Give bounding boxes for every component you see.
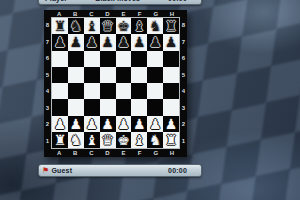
square-h3[interactable] <box>163 99 179 115</box>
square-f8[interactable]: ♝ <box>131 18 147 34</box>
piece-black-bishop[interactable]: ♝ <box>85 19 98 33</box>
piece-black-pawn[interactable]: ♟ <box>70 35 83 49</box>
player-name: Guest <box>51 167 72 174</box>
square-b6[interactable] <box>68 51 84 67</box>
rank-label-4: 4 <box>44 83 51 100</box>
opponent-info-bar: Player Black moves 00:00 <box>38 0 202 5</box>
square-g7[interactable]: ♟ <box>147 34 163 50</box>
square-f7[interactable]: ♟ <box>131 34 147 50</box>
rank-label-5: 5 <box>180 67 187 84</box>
square-d1[interactable]: ♛ <box>100 132 116 148</box>
square-c2[interactable]: ♟ <box>84 116 100 132</box>
rank-label-4: 4 <box>180 83 187 100</box>
piece-black-pawn[interactable]: ♟ <box>54 35 67 49</box>
square-a7[interactable]: ♟ <box>52 34 68 50</box>
file-label-d: D <box>99 10 115 17</box>
file-label-f: F <box>132 149 148 157</box>
square-c6[interactable] <box>84 51 100 67</box>
piece-white-bishop[interactable]: ♝ <box>133 133 146 147</box>
square-h5[interactable] <box>163 67 179 83</box>
file-label-e: E <box>116 10 132 17</box>
file-label-f: F <box>132 10 148 17</box>
square-c7[interactable]: ♟ <box>84 34 100 50</box>
file-labels-top: ABCDEFGH <box>51 10 180 17</box>
rank-label-7: 7 <box>44 34 51 51</box>
rank-label-3: 3 <box>44 100 51 117</box>
piece-white-pawn[interactable]: ♟ <box>54 117 67 131</box>
square-f5[interactable] <box>131 67 147 83</box>
file-label-g: G <box>148 149 164 157</box>
piece-black-rook[interactable]: ♜ <box>54 19 67 33</box>
file-label-b: B <box>67 149 83 157</box>
square-a1[interactable]: ♜ <box>52 132 68 148</box>
file-label-h: H <box>164 149 180 157</box>
square-f2[interactable]: ♟ <box>131 116 147 132</box>
game-screen: Player Black moves 00:00 ABCDEFGH ABCDEF… <box>0 0 300 200</box>
square-h1[interactable]: ♜ <box>163 132 179 148</box>
square-b3[interactable] <box>68 99 84 115</box>
square-f3[interactable] <box>131 99 147 115</box>
square-a2[interactable]: ♟ <box>52 116 68 132</box>
rank-labels-left: 87654321 <box>44 17 51 149</box>
piece-black-pawn[interactable]: ♟ <box>165 35 178 49</box>
rank-label-5: 5 <box>44 67 51 84</box>
square-d8[interactable]: ♛ <box>100 18 116 34</box>
square-b7[interactable]: ♟ <box>68 34 84 50</box>
file-label-c: C <box>83 149 99 157</box>
square-c3[interactable] <box>84 99 100 115</box>
square-c4[interactable] <box>84 83 100 99</box>
square-b5[interactable] <box>68 67 84 83</box>
square-a3[interactable] <box>52 99 68 115</box>
file-label-e: E <box>116 149 132 157</box>
square-f1[interactable]: ♝ <box>131 132 147 148</box>
square-c1[interactable]: ♝ <box>84 132 100 148</box>
square-g4[interactable] <box>147 83 163 99</box>
opponent-clock: 00:00 <box>168 0 187 2</box>
piece-white-rook[interactable]: ♜ <box>54 133 67 147</box>
piece-black-rook[interactable]: ♜ <box>165 19 178 33</box>
piece-white-pawn[interactable]: ♟ <box>133 117 146 131</box>
square-b8[interactable]: ♞ <box>68 18 84 34</box>
turn-status: Black moves <box>67 0 168 2</box>
piece-white-pawn[interactable]: ♟ <box>165 117 178 131</box>
square-a5[interactable] <box>52 67 68 83</box>
square-h7[interactable]: ♟ <box>163 34 179 50</box>
piece-white-king[interactable]: ♚ <box>117 133 130 147</box>
square-g3[interactable] <box>147 99 163 115</box>
square-g1[interactable]: ♞ <box>147 132 163 148</box>
square-e6[interactable] <box>116 51 132 67</box>
square-f6[interactable] <box>131 51 147 67</box>
piece-black-pawn[interactable]: ♟ <box>117 35 130 49</box>
square-e2[interactable]: ♟ <box>116 116 132 132</box>
piece-black-pawn[interactable]: ♟ <box>101 35 114 49</box>
square-h6[interactable] <box>163 51 179 67</box>
player-clock: 00:00 <box>168 167 187 174</box>
rank-label-2: 2 <box>44 116 51 133</box>
piece-white-knight[interactable]: ♞ <box>149 133 162 147</box>
square-g2[interactable]: ♟ <box>147 116 163 132</box>
piece-black-pawn[interactable]: ♟ <box>149 35 162 49</box>
piece-white-pawn[interactable]: ♟ <box>149 117 162 131</box>
square-a6[interactable] <box>52 51 68 67</box>
file-label-h: H <box>164 10 180 17</box>
rank-label-8: 8 <box>180 17 187 34</box>
rank-label-6: 6 <box>44 50 51 67</box>
piece-black-bishop[interactable]: ♝ <box>133 19 146 33</box>
opponent-name: Player <box>45 0 67 2</box>
file-labels-bottom: ABCDEFGH <box>51 149 180 157</box>
piece-white-pawn[interactable]: ♟ <box>85 117 98 131</box>
piece-white-pawn[interactable]: ♟ <box>70 117 83 131</box>
square-e5[interactable] <box>116 67 132 83</box>
square-b1[interactable]: ♞ <box>68 132 84 148</box>
square-h2[interactable]: ♟ <box>163 116 179 132</box>
piece-black-pawn[interactable]: ♟ <box>85 35 98 49</box>
square-g5[interactable] <box>147 67 163 83</box>
piece-white-pawn[interactable]: ♟ <box>101 117 114 131</box>
piece-white-rook[interactable]: ♜ <box>165 133 178 147</box>
file-label-g: G <box>148 10 164 17</box>
square-c5[interactable] <box>84 67 100 83</box>
square-b2[interactable]: ♟ <box>68 116 84 132</box>
square-b4[interactable] <box>68 83 84 99</box>
piece-black-knight[interactable]: ♞ <box>70 19 83 33</box>
square-d6[interactable] <box>100 51 116 67</box>
square-d7[interactable]: ♟ <box>100 34 116 50</box>
square-c8[interactable]: ♝ <box>84 18 100 34</box>
file-label-d: D <box>99 149 115 157</box>
rank-label-6: 6 <box>180 50 187 67</box>
file-label-a: A <box>51 10 67 17</box>
square-d2[interactable]: ♟ <box>100 116 116 132</box>
square-f4[interactable] <box>131 83 147 99</box>
square-e7[interactable]: ♟ <box>116 34 132 50</box>
square-e4[interactable] <box>116 83 132 99</box>
chess-board: ABCDEFGH ABCDEFGH 87654321 87654321 ♜♞♝♛… <box>44 10 187 157</box>
piece-black-queen[interactable]: ♛ <box>101 19 114 33</box>
piece-white-pawn[interactable]: ♟ <box>117 117 130 131</box>
square-d3[interactable] <box>100 99 116 115</box>
square-g8[interactable]: ♞ <box>147 18 163 34</box>
square-h4[interactable] <box>163 83 179 99</box>
square-e8[interactable]: ♚ <box>116 18 132 34</box>
piece-black-knight[interactable]: ♞ <box>149 19 162 33</box>
board-squares: ♜♞♝♛♚♝♞♜♟♟♟♟♟♟♟♟♟♟♟♟♟♟♟♟♜♞♝♛♚♝♞♜ <box>51 17 180 149</box>
rank-label-3: 3 <box>180 100 187 117</box>
player-info-bar: ⚑ Guest 00:00 <box>38 164 202 177</box>
rank-label-1: 1 <box>180 133 187 150</box>
rank-label-2: 2 <box>180 116 187 133</box>
square-h8[interactable]: ♜ <box>163 18 179 34</box>
piece-black-pawn[interactable]: ♟ <box>133 35 146 49</box>
square-a4[interactable] <box>52 83 68 99</box>
square-a8[interactable]: ♜ <box>52 18 68 34</box>
square-d4[interactable] <box>100 83 116 99</box>
square-e3[interactable] <box>116 99 132 115</box>
rank-label-7: 7 <box>180 34 187 51</box>
rank-labels-right: 87654321 <box>180 17 187 149</box>
rank-label-1: 1 <box>44 133 51 150</box>
piece-white-queen[interactable]: ♛ <box>101 133 114 147</box>
file-label-a: A <box>51 149 67 157</box>
square-e1[interactable]: ♚ <box>116 132 132 148</box>
piece-black-king[interactable]: ♚ <box>117 19 130 33</box>
rank-label-8: 8 <box>44 17 51 34</box>
square-g6[interactable] <box>147 51 163 67</box>
file-label-c: C <box>83 10 99 17</box>
piece-white-bishop[interactable]: ♝ <box>85 133 98 147</box>
square-d5[interactable] <box>100 67 116 83</box>
piece-white-knight[interactable]: ♞ <box>70 133 83 147</box>
file-label-b: B <box>67 10 83 17</box>
red-flag-icon: ⚑ <box>42 167 49 175</box>
